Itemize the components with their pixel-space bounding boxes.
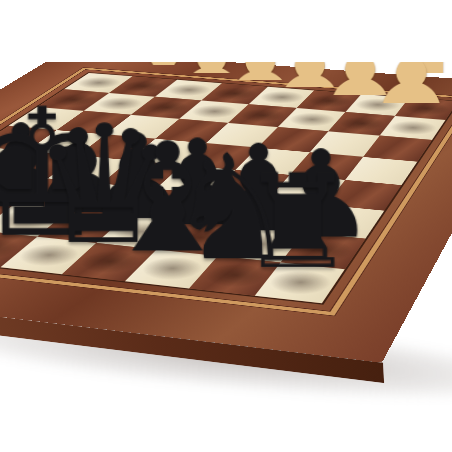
- photo-crop-area: ♜♞♝♚♛♝♞♜♟♟♟♟♟♟♟♟♟♟♟♟♟♟♟♟♜♞♝♚♛♝♞♜: [0, 62, 452, 452]
- board-grid: ♜♞♝♚♛♝♞♜♟♟♟♟♟♟♟♟♟♟♟♟♟♟♟♟♜♞♝♚♛♝♞♜: [0, 73, 452, 303]
- chess-board: ♜♞♝♚♛♝♞♜♟♟♟♟♟♟♟♟♟♟♟♟♟♟♟♟♜♞♝♚♛♝♞♜: [0, 62, 452, 363]
- chess-set-photo: ♜♞♝♚♛♝♞♜♟♟♟♟♟♟♟♟♟♟♟♟♟♟♟♟♜♞♝♚♛♝♞♜: [0, 0, 452, 452]
- perspective-container: ♜♞♝♚♛♝♞♜♟♟♟♟♟♟♟♟♟♟♟♟♟♟♟♟♜♞♝♚♛♝♞♜: [0, 62, 452, 452]
- piece-black-rook-a8: ♜: [239, 158, 355, 288]
- square-a8: ♜: [255, 263, 345, 304]
- piece-white-pawn-a2: ♟: [367, 62, 452, 131]
